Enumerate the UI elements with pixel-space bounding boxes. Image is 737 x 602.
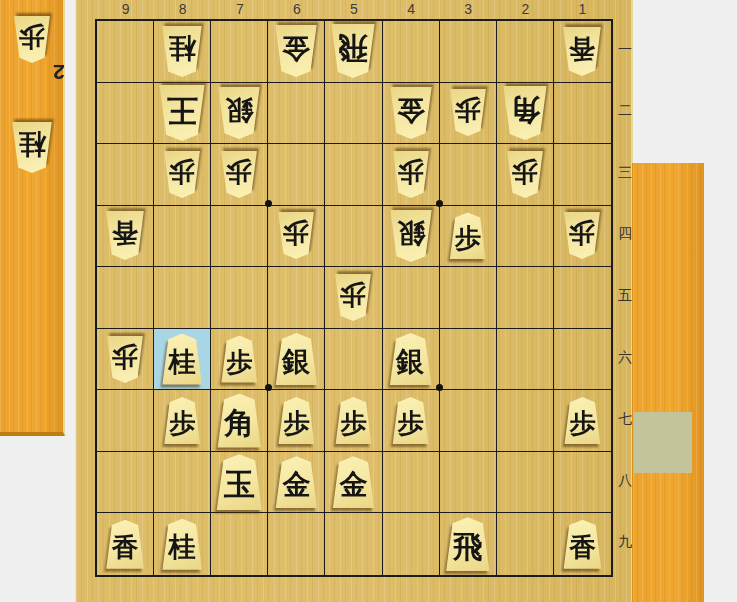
- koma-kanji: 角: [502, 86, 548, 140]
- gote-pawn[interactable]: 歩: [106, 336, 144, 383]
- sente-pawn[interactable]: 歩: [392, 397, 430, 444]
- komadai-selected-cell: [634, 412, 692, 473]
- koma-kanji: 歩: [506, 151, 544, 198]
- koma-kanji: 歩: [392, 397, 430, 444]
- file-labels: 987654321: [97, 1, 611, 19]
- koma-kanji: 銀: [217, 87, 261, 139]
- file-label-9: 9: [97, 1, 154, 19]
- square-53[interactable]: [325, 144, 382, 206]
- square-12[interactable]: [554, 83, 611, 145]
- square-69[interactable]: [268, 513, 325, 575]
- square-74[interactable]: [211, 206, 268, 268]
- koma-kanji: 香: [562, 27, 602, 76]
- square-98[interactable]: [97, 452, 154, 514]
- square-81[interactable]: 桂: [154, 21, 211, 83]
- file-label-8: 8: [154, 1, 211, 19]
- square-14[interactable]: 歩: [554, 206, 611, 268]
- square-18[interactable]: [554, 452, 611, 514]
- square-16[interactable]: [554, 329, 611, 391]
- sente-silver[interactable]: 銀: [274, 333, 318, 385]
- gote-pawn[interactable]: 歩: [334, 274, 372, 321]
- square-75[interactable]: [211, 267, 268, 329]
- square-26[interactable]: [497, 329, 554, 391]
- square-73[interactable]: 歩: [211, 144, 268, 206]
- square-43[interactable]: 歩: [383, 144, 440, 206]
- gote-pawn[interactable]: 歩: [449, 89, 487, 136]
- square-94[interactable]: 香: [97, 206, 154, 268]
- koma-kanji: 王: [158, 85, 206, 141]
- square-64[interactable]: 歩: [268, 206, 325, 268]
- square-33[interactable]: [440, 144, 497, 206]
- square-56[interactable]: [325, 329, 382, 391]
- file-label-1: 1: [554, 1, 611, 19]
- gote-gold[interactable]: 金: [274, 25, 318, 77]
- square-72[interactable]: 銀: [211, 83, 268, 145]
- gote-rook[interactable]: 飛: [330, 24, 376, 78]
- square-59[interactable]: [325, 513, 382, 575]
- gote-komadai: 歩2 桂: [0, 0, 65, 436]
- gote-lance[interactable]: 香: [562, 27, 602, 76]
- koma-kanji: 銀: [389, 333, 433, 385]
- square-58[interactable]: 金: [325, 452, 382, 514]
- sente-knight[interactable]: 桂: [161, 519, 203, 570]
- koma-kanji: 銀: [274, 333, 318, 385]
- gote-hand-knight[interactable]: 桂: [11, 122, 53, 173]
- sente-pawn[interactable]: 歩: [277, 397, 315, 444]
- gote-hand-slot-2[interactable]: 桂: [11, 122, 53, 173]
- gote-hand-slot-1[interactable]: 歩2: [13, 16, 17, 84]
- board-panel: 987654321 一二三四五六七八九 桂金飛香王銀金歩角歩歩歩歩香歩銀歩歩歩歩…: [75, 0, 633, 602]
- square-97[interactable]: [97, 390, 154, 452]
- gote-pawn[interactable]: 歩: [163, 151, 201, 198]
- koma-kanji: 歩: [220, 151, 258, 198]
- sente-pawn[interactable]: 歩: [334, 397, 372, 444]
- square-22[interactable]: 角: [497, 83, 554, 145]
- koma-kanji: 香: [105, 211, 145, 260]
- gote-pawn[interactable]: 歩: [563, 212, 601, 259]
- square-49[interactable]: [383, 513, 440, 575]
- sente-pawn[interactable]: 歩: [563, 397, 601, 444]
- koma-kanji: 歩: [277, 397, 315, 444]
- square-39[interactable]: 飛: [440, 513, 497, 575]
- square-67[interactable]: 歩: [268, 390, 325, 452]
- file-label-7: 7: [211, 1, 268, 19]
- square-82[interactable]: 王: [154, 83, 211, 145]
- gote-pawn[interactable]: 歩: [277, 212, 315, 259]
- rank-label-1: 一: [615, 19, 635, 81]
- square-92[interactable]: [97, 83, 154, 145]
- sente-pawn[interactable]: 歩: [449, 212, 487, 259]
- sente-bishop[interactable]: 角: [216, 394, 262, 448]
- square-91[interactable]: [97, 21, 154, 83]
- square-89[interactable]: 桂: [154, 513, 211, 575]
- square-65[interactable]: [268, 267, 325, 329]
- koma-kanji: 歩: [449, 212, 487, 259]
- square-57[interactable]: 歩: [325, 390, 382, 452]
- gote-pawn[interactable]: 歩: [506, 151, 544, 198]
- sente-komadai: [632, 163, 704, 602]
- square-13[interactable]: [554, 144, 611, 206]
- koma-kanji: 桂: [161, 519, 203, 570]
- square-38[interactable]: [440, 452, 497, 514]
- square-34[interactable]: 歩: [440, 206, 497, 268]
- gote-gold[interactable]: 金: [389, 87, 433, 139]
- square-19[interactable]: 香: [554, 513, 611, 575]
- file-label-4: 4: [383, 1, 440, 19]
- koma-kanji: 歩: [449, 89, 487, 136]
- gote-silver[interactable]: 銀: [389, 210, 433, 262]
- sente-gold[interactable]: 金: [274, 456, 318, 508]
- sente-pawn[interactable]: 歩: [163, 397, 201, 444]
- square-96[interactable]: 歩: [97, 329, 154, 391]
- sente-king[interactable]: 玉: [215, 454, 263, 510]
- square-47[interactable]: 歩: [383, 390, 440, 452]
- gote-silver[interactable]: 銀: [217, 87, 261, 139]
- square-46[interactable]: 銀: [383, 329, 440, 391]
- sente-gold[interactable]: 金: [331, 456, 375, 508]
- hoshi-dot: [265, 384, 272, 391]
- file-label-2: 2: [497, 1, 554, 19]
- square-86[interactable]: 桂: [154, 329, 211, 391]
- koma-kanji: 歩: [220, 336, 258, 383]
- square-35[interactable]: [440, 267, 497, 329]
- gote-king[interactable]: 王: [158, 85, 206, 141]
- square-55[interactable]: 歩: [325, 267, 382, 329]
- koma-kanji: 金: [389, 87, 433, 139]
- gote-pawn[interactable]: 歩: [220, 151, 258, 198]
- square-15[interactable]: [554, 267, 611, 329]
- square-61[interactable]: 金: [268, 21, 325, 83]
- hoshi-dot: [436, 384, 443, 391]
- square-52[interactable]: [325, 83, 382, 145]
- sente-pawn[interactable]: 歩: [220, 336, 258, 383]
- sente-silver[interactable]: 銀: [389, 333, 433, 385]
- koma-kanji: 金: [331, 456, 375, 508]
- square-51[interactable]: 飛: [325, 21, 382, 83]
- square-48[interactable]: [383, 452, 440, 514]
- square-84[interactable]: [154, 206, 211, 268]
- square-78[interactable]: 玉: [211, 452, 268, 514]
- koma-kanji: 飛: [445, 517, 491, 571]
- square-99[interactable]: 香: [97, 513, 154, 575]
- koma-kanji: 歩: [163, 397, 201, 444]
- koma-kanji: 金: [274, 456, 318, 508]
- koma-kanji: 歩: [563, 397, 601, 444]
- file-label-5: 5: [325, 1, 382, 19]
- square-45[interactable]: [383, 267, 440, 329]
- koma-kanji: 歩: [334, 274, 372, 321]
- koma-kanji: 歩: [106, 336, 144, 383]
- square-24[interactable]: [497, 206, 554, 268]
- square-36[interactable]: [440, 329, 497, 391]
- koma-kanji: 桂: [11, 122, 53, 173]
- hand-count: 2: [53, 60, 65, 84]
- gote-bishop[interactable]: 角: [502, 86, 548, 140]
- koma-kanji: 香: [562, 520, 602, 569]
- square-95[interactable]: [97, 267, 154, 329]
- koma-kanji: 飛: [330, 24, 376, 78]
- koma-kanji: 角: [216, 394, 262, 448]
- gote-hand-pawn[interactable]: 歩: [13, 16, 51, 63]
- koma-kanji: 桂: [161, 26, 203, 77]
- square-28[interactable]: [497, 452, 554, 514]
- koma-kanji: 玉: [215, 454, 263, 510]
- file-label-6: 6: [268, 1, 325, 19]
- board-grid: 桂金飛香王銀金歩角歩歩歩歩香歩銀歩歩歩歩桂歩銀銀歩角歩歩歩歩玉金金香桂飛香: [95, 19, 613, 577]
- koma-kanji: 歩: [334, 397, 372, 444]
- square-83[interactable]: 歩: [154, 144, 211, 206]
- koma-kanji: 歩: [392, 151, 430, 198]
- koma-kanji: 歩: [163, 151, 201, 198]
- square-29[interactable]: [497, 513, 554, 575]
- square-17[interactable]: 歩: [554, 390, 611, 452]
- square-63[interactable]: [268, 144, 325, 206]
- square-32[interactable]: 歩: [440, 83, 497, 145]
- sente-lance[interactable]: 香: [105, 520, 145, 569]
- koma-kanji: 歩: [563, 212, 601, 259]
- koma-kanji: 桂: [161, 334, 203, 385]
- square-71[interactable]: [211, 21, 268, 83]
- koma-kanji: 金: [274, 25, 318, 77]
- square-42[interactable]: 金: [383, 83, 440, 145]
- square-85[interactable]: [154, 267, 211, 329]
- square-44[interactable]: 銀: [383, 206, 440, 268]
- gote-pawn[interactable]: 歩: [392, 151, 430, 198]
- koma-kanji: 銀: [389, 210, 433, 262]
- hoshi-dot: [265, 200, 272, 207]
- gote-lance[interactable]: 香: [105, 211, 145, 260]
- square-25[interactable]: [497, 267, 554, 329]
- square-68[interactable]: 金: [268, 452, 325, 514]
- square-87[interactable]: 歩: [154, 390, 211, 452]
- square-31[interactable]: [440, 21, 497, 83]
- square-79[interactable]: [211, 513, 268, 575]
- square-11[interactable]: 香: [554, 21, 611, 83]
- square-41[interactable]: [383, 21, 440, 83]
- square-27[interactable]: [497, 390, 554, 452]
- koma-kanji: 歩: [13, 16, 51, 63]
- gote-knight[interactable]: 桂: [161, 26, 203, 77]
- file-label-3: 3: [440, 1, 497, 19]
- rank-label-2: 二: [615, 81, 635, 143]
- square-77[interactable]: 角: [211, 390, 268, 452]
- square-21[interactable]: [497, 21, 554, 83]
- square-66[interactable]: 銀: [268, 329, 325, 391]
- square-23[interactable]: 歩: [497, 144, 554, 206]
- sente-knight[interactable]: 桂: [161, 334, 203, 385]
- square-76[interactable]: 歩: [211, 329, 268, 391]
- square-54[interactable]: [325, 206, 382, 268]
- square-62[interactable]: [268, 83, 325, 145]
- koma-kanji: 歩: [277, 212, 315, 259]
- square-93[interactable]: [97, 144, 154, 206]
- hoshi-dot: [436, 200, 443, 207]
- square-37[interactable]: [440, 390, 497, 452]
- sente-rook[interactable]: 飛: [445, 517, 491, 571]
- koma-kanji: 香: [105, 520, 145, 569]
- sente-lance[interactable]: 香: [562, 520, 602, 569]
- square-88[interactable]: [154, 452, 211, 514]
- shogi-app: 歩2 桂 987654321 一二三四五六七八九 桂金飛香王銀金歩角歩歩歩歩香歩…: [0, 0, 737, 602]
